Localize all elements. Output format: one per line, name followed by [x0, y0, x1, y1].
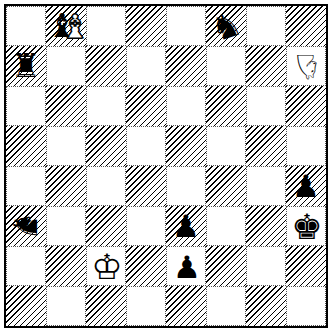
piece-black-bishop-b8: ♝ [42, 6, 82, 46]
square-a4 [6, 166, 46, 206]
square-c1 [86, 286, 126, 326]
square-b8: ♝♝ [46, 6, 86, 46]
square-g3 [246, 206, 286, 246]
square-e8 [166, 6, 206, 46]
piece-black-pawn-h4: ♟ [286, 166, 326, 206]
square-a6 [6, 86, 46, 126]
square-g4 [246, 166, 286, 206]
piece-black-knight-f8: ♞ [201, 1, 251, 51]
square-e7 [166, 46, 206, 86]
square-f8: ♞ [206, 6, 246, 46]
piece-white-king-c2: ♔ [87, 247, 127, 287]
square-d8 [126, 6, 166, 46]
square-c4 [86, 166, 126, 206]
piece-black-king-h3: ♚ [287, 207, 327, 247]
square-f6 [206, 86, 246, 126]
square-b5 [46, 126, 86, 166]
chess-board: ♝♝♞♜♘♟♞♟♚♔♟ [4, 4, 328, 328]
piece-black-pawn-e3: ♟ [166, 206, 206, 246]
square-g6 [246, 86, 286, 126]
square-h7: ♘ [286, 46, 326, 86]
square-e1 [166, 286, 206, 326]
square-b7 [46, 46, 86, 86]
square-h8 [286, 6, 326, 46]
square-d5 [126, 126, 166, 166]
square-g7 [246, 46, 286, 86]
square-a3: ♞ [6, 206, 46, 246]
square-h1 [286, 286, 326, 326]
square-b2 [46, 246, 86, 286]
square-h2 [286, 246, 326, 286]
square-a1 [6, 286, 46, 326]
piece-black-rook-a7: ♜ [6, 46, 46, 86]
square-a8 [6, 6, 46, 46]
piece-black-pawn-e2: ♟ [167, 247, 207, 287]
square-b3 [46, 206, 86, 246]
square-e3: ♟ [166, 206, 206, 246]
square-e5 [166, 126, 206, 166]
square-f1 [206, 286, 246, 326]
square-d3 [126, 206, 166, 246]
square-a5 [6, 126, 46, 166]
square-b6 [46, 86, 86, 126]
square-f5 [206, 126, 246, 166]
square-b1 [46, 286, 86, 326]
square-f7 [206, 46, 246, 86]
square-d2 [126, 246, 166, 286]
square-d6 [126, 86, 166, 126]
square-e6 [166, 86, 206, 126]
square-h3: ♚ [286, 206, 326, 246]
square-a7: ♜ [6, 46, 46, 86]
square-h4: ♟ [286, 166, 326, 206]
square-c5 [86, 126, 126, 166]
square-f3 [206, 206, 246, 246]
square-h6 [286, 86, 326, 126]
piece-white-knight-h7: ♘ [287, 47, 327, 87]
square-d7 [126, 46, 166, 86]
square-b4 [46, 166, 86, 206]
square-d4 [126, 166, 166, 206]
square-d1 [126, 286, 166, 326]
square-g8 [246, 6, 286, 46]
square-a2 [6, 246, 46, 286]
square-c7 [86, 46, 126, 86]
square-e4 [166, 166, 206, 206]
piece-black-knight-a3: ♞ [6, 206, 46, 246]
square-g5 [246, 126, 286, 166]
square-g1 [246, 286, 286, 326]
diagram-page: ♝♝♞♜♘♟♞♟♚♔♟ [0, 0, 332, 332]
square-c3 [86, 206, 126, 246]
square-c2: ♔ [86, 246, 126, 286]
square-f2 [206, 246, 246, 286]
square-g2 [246, 246, 286, 286]
square-h5 [286, 126, 326, 166]
square-c6 [86, 86, 126, 126]
square-f4 [206, 166, 246, 206]
square-e2: ♟ [166, 246, 206, 286]
